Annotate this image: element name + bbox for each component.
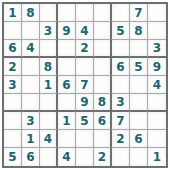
cell-r4c2[interactable]: [22, 58, 40, 76]
cell-r5c7[interactable]: [112, 76, 130, 94]
cell-r8c7[interactable]: 2: [112, 130, 130, 148]
cell-r2c3[interactable]: 3: [40, 22, 58, 40]
cell-r8c9[interactable]: [148, 130, 166, 148]
cell-r8c6[interactable]: [94, 130, 112, 148]
cell-r2c2[interactable]: [22, 22, 40, 40]
cell-r4c5[interactable]: [76, 58, 94, 76]
cell-r5c1[interactable]: 3: [4, 76, 22, 94]
cell-r1c7[interactable]: [112, 4, 130, 22]
cell-r6c6[interactable]: 8: [94, 94, 112, 112]
cell-r8c2[interactable]: 1: [22, 130, 40, 148]
cell-r7c2[interactable]: 3: [22, 112, 40, 130]
cell-r1c1[interactable]: 1: [4, 4, 22, 22]
cell-r2c4[interactable]: 9: [58, 22, 76, 40]
cell-r7c4[interactable]: 1: [58, 112, 76, 130]
cell-r3c9[interactable]: 3: [148, 40, 166, 58]
cell-r4c3[interactable]: 8: [40, 58, 58, 76]
cell-r5c4[interactable]: 6: [58, 76, 76, 94]
cell-r9c4[interactable]: 4: [58, 148, 76, 166]
cell-r4c7[interactable]: 6: [112, 58, 130, 76]
cell-r7c8[interactable]: [130, 112, 148, 130]
cell-r7c6[interactable]: 6: [94, 112, 112, 130]
cell-r1c2[interactable]: 8: [22, 4, 40, 22]
cell-r9c8[interactable]: [130, 148, 148, 166]
cell-r6c7[interactable]: 3: [112, 94, 130, 112]
cell-r6c5[interactable]: 9: [76, 94, 94, 112]
cell-r5c2[interactable]: [22, 76, 40, 94]
cell-r1c9[interactable]: [148, 4, 166, 22]
cell-r5c6[interactable]: [94, 76, 112, 94]
cell-r6c1[interactable]: [4, 94, 22, 112]
cell-r5c8[interactable]: [130, 76, 148, 94]
cell-r9c3[interactable]: [40, 148, 58, 166]
cell-r8c3[interactable]: 4: [40, 130, 58, 148]
cell-r7c9[interactable]: [148, 112, 166, 130]
cell-r2c9[interactable]: [148, 22, 166, 40]
cell-r8c5[interactable]: [76, 130, 94, 148]
cell-r5c5[interactable]: 7: [76, 76, 94, 94]
cell-r4c4[interactable]: [58, 58, 76, 76]
cell-r1c6[interactable]: [94, 4, 112, 22]
cell-r8c4[interactable]: [58, 130, 76, 148]
cell-r9c2[interactable]: 6: [22, 148, 40, 166]
cell-r8c8[interactable]: 6: [130, 130, 148, 148]
cell-r2c5[interactable]: 4: [76, 22, 94, 40]
cell-r6c2[interactable]: [22, 94, 40, 112]
cell-r2c7[interactable]: 5: [112, 22, 130, 40]
cell-r7c5[interactable]: 5: [76, 112, 94, 130]
cell-r6c3[interactable]: [40, 94, 58, 112]
cell-r1c5[interactable]: [76, 4, 94, 22]
cell-r3c8[interactable]: [130, 40, 148, 58]
cell-r7c7[interactable]: 7: [112, 112, 130, 130]
cell-r3c4[interactable]: [58, 40, 76, 58]
cell-r4c9[interactable]: 9: [148, 58, 166, 76]
cell-r3c3[interactable]: [40, 40, 58, 58]
cell-r1c8[interactable]: 7: [130, 4, 148, 22]
cell-r3c2[interactable]: 4: [22, 40, 40, 58]
cell-r6c8[interactable]: [130, 94, 148, 112]
cell-r9c9[interactable]: 1: [148, 148, 166, 166]
cell-r1c4[interactable]: [58, 4, 76, 22]
cell-r2c6[interactable]: [94, 22, 112, 40]
cell-r9c6[interactable]: 2: [94, 148, 112, 166]
cell-r4c6[interactable]: [94, 58, 112, 76]
sudoku-page: 187394586423286593167498331567142656421: [0, 0, 170, 170]
cell-r6c9[interactable]: [148, 94, 166, 112]
cell-r9c5[interactable]: [76, 148, 94, 166]
cell-r2c1[interactable]: [4, 22, 22, 40]
cell-r4c8[interactable]: 5: [130, 58, 148, 76]
cell-r2c8[interactable]: 8: [130, 22, 148, 40]
cell-r3c7[interactable]: [112, 40, 130, 58]
cell-r9c7[interactable]: [112, 148, 130, 166]
cell-r1c3[interactable]: [40, 4, 58, 22]
cell-r7c3[interactable]: [40, 112, 58, 130]
cell-r5c9[interactable]: 4: [148, 76, 166, 94]
cell-r3c1[interactable]: 6: [4, 40, 22, 58]
cell-r4c1[interactable]: 2: [4, 58, 22, 76]
cell-r9c1[interactable]: 5: [4, 148, 22, 166]
cell-r8c1[interactable]: [4, 130, 22, 148]
cell-r5c3[interactable]: 1: [40, 76, 58, 94]
cell-r3c6[interactable]: [94, 40, 112, 58]
cell-r7c1[interactable]: [4, 112, 22, 130]
sudoku-board: 187394586423286593167498331567142656421: [2, 2, 168, 168]
cell-r6c4[interactable]: [58, 94, 76, 112]
cell-r3c5[interactable]: 2: [76, 40, 94, 58]
